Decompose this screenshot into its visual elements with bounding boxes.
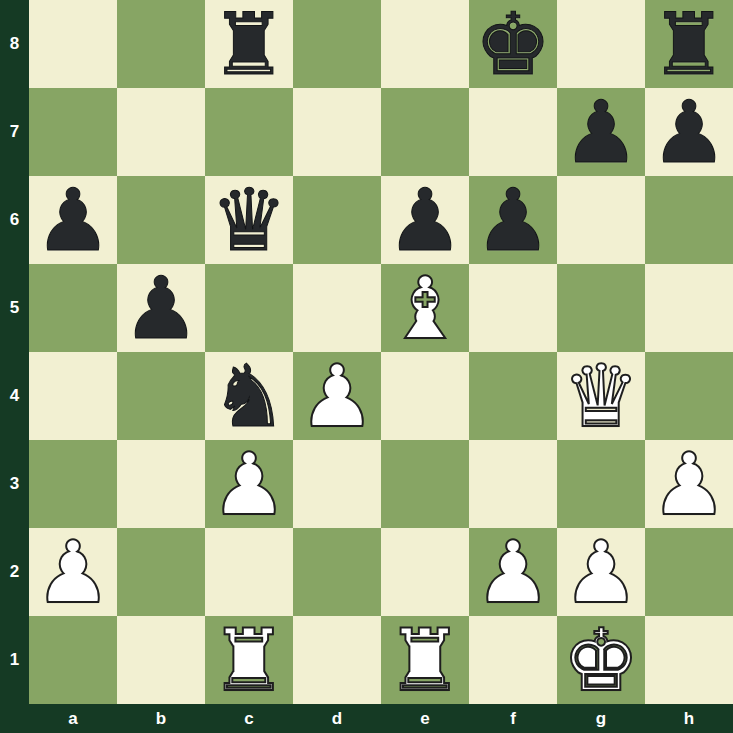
black-pawn[interactable]: ♟ — [29, 176, 117, 264]
rank-label-8: 8 — [0, 0, 29, 88]
square-a6[interactable]: ♟ — [29, 176, 117, 264]
square-d1[interactable] — [293, 616, 381, 704]
square-c7[interactable] — [205, 88, 293, 176]
square-h3[interactable]: ♟ — [645, 440, 733, 528]
black-king[interactable]: ♚ — [469, 0, 557, 88]
square-d5[interactable] — [293, 264, 381, 352]
file-label-f: f — [469, 704, 557, 733]
square-a3[interactable] — [29, 440, 117, 528]
white-bishop[interactable]: ♝ — [381, 264, 469, 352]
square-g2[interactable]: ♟ — [557, 528, 645, 616]
square-f2[interactable]: ♟ — [469, 528, 557, 616]
square-f1[interactable] — [469, 616, 557, 704]
square-e7[interactable] — [381, 88, 469, 176]
square-e2[interactable] — [381, 528, 469, 616]
square-c8[interactable]: ♜ — [205, 0, 293, 88]
file-labels: abcdefgh — [29, 704, 733, 733]
square-c1[interactable]: ♜ — [205, 616, 293, 704]
black-pawn[interactable]: ♟ — [645, 88, 733, 176]
square-d4[interactable]: ♟ — [293, 352, 381, 440]
square-c5[interactable] — [205, 264, 293, 352]
file-label-e: e — [381, 704, 469, 733]
square-d7[interactable] — [293, 88, 381, 176]
square-b8[interactable] — [117, 0, 205, 88]
square-d6[interactable] — [293, 176, 381, 264]
white-rook[interactable]: ♜ — [381, 616, 469, 704]
white-queen[interactable]: ♛ — [557, 352, 645, 440]
white-pawn[interactable]: ♟ — [557, 528, 645, 616]
square-a5[interactable] — [29, 264, 117, 352]
chess-board[interactable]: ♜♚♜♟♟♟♛♟♟♟♝♞♟♛♟♟♟♟♟♜♜♚ — [29, 0, 733, 704]
file-label-b: b — [117, 704, 205, 733]
square-g1[interactable]: ♚ — [557, 616, 645, 704]
black-knight[interactable]: ♞ — [205, 352, 293, 440]
rank-label-2: 2 — [0, 528, 29, 616]
square-g5[interactable] — [557, 264, 645, 352]
square-d3[interactable] — [293, 440, 381, 528]
square-e8[interactable] — [381, 0, 469, 88]
black-pawn[interactable]: ♟ — [117, 264, 205, 352]
file-label-c: c — [205, 704, 293, 733]
rank-label-4: 4 — [0, 352, 29, 440]
white-pawn[interactable]: ♟ — [469, 528, 557, 616]
square-f8[interactable]: ♚ — [469, 0, 557, 88]
square-b3[interactable] — [117, 440, 205, 528]
square-a2[interactable]: ♟ — [29, 528, 117, 616]
black-queen[interactable]: ♛ — [205, 176, 293, 264]
black-pawn[interactable]: ♟ — [557, 88, 645, 176]
square-e5[interactable]: ♝ — [381, 264, 469, 352]
file-label-h: h — [645, 704, 733, 733]
square-e1[interactable]: ♜ — [381, 616, 469, 704]
square-g3[interactable] — [557, 440, 645, 528]
file-label-g: g — [557, 704, 645, 733]
square-a4[interactable] — [29, 352, 117, 440]
square-f6[interactable]: ♟ — [469, 176, 557, 264]
rank-label-1: 1 — [0, 616, 29, 704]
square-e4[interactable] — [381, 352, 469, 440]
square-d8[interactable] — [293, 0, 381, 88]
white-king[interactable]: ♚ — [557, 616, 645, 704]
white-pawn[interactable]: ♟ — [293, 352, 381, 440]
square-f4[interactable] — [469, 352, 557, 440]
square-a1[interactable] — [29, 616, 117, 704]
square-h8[interactable]: ♜ — [645, 0, 733, 88]
square-f5[interactable] — [469, 264, 557, 352]
square-f3[interactable] — [469, 440, 557, 528]
file-label-d: d — [293, 704, 381, 733]
white-pawn[interactable]: ♟ — [205, 440, 293, 528]
square-b1[interactable] — [117, 616, 205, 704]
rank-label-6: 6 — [0, 176, 29, 264]
square-g6[interactable] — [557, 176, 645, 264]
square-f7[interactable] — [469, 88, 557, 176]
square-h6[interactable] — [645, 176, 733, 264]
rank-label-3: 3 — [0, 440, 29, 528]
square-h1[interactable] — [645, 616, 733, 704]
square-h7[interactable]: ♟ — [645, 88, 733, 176]
square-b6[interactable] — [117, 176, 205, 264]
white-rook[interactable]: ♜ — [205, 616, 293, 704]
rank-label-5: 5 — [0, 264, 29, 352]
square-c6[interactable]: ♛ — [205, 176, 293, 264]
black-pawn[interactable]: ♟ — [469, 176, 557, 264]
black-rook[interactable]: ♜ — [205, 0, 293, 88]
square-b2[interactable] — [117, 528, 205, 616]
square-e6[interactable]: ♟ — [381, 176, 469, 264]
square-g7[interactable]: ♟ — [557, 88, 645, 176]
square-h4[interactable] — [645, 352, 733, 440]
square-a7[interactable] — [29, 88, 117, 176]
square-d2[interactable] — [293, 528, 381, 616]
square-c4[interactable]: ♞ — [205, 352, 293, 440]
white-pawn[interactable]: ♟ — [645, 440, 733, 528]
chess-board-frame: 87654321 ♜♚♜♟♟♟♛♟♟♟♝♞♟♛♟♟♟♟♟♜♜♚ abcdefgh — [0, 0, 733, 733]
rank-labels: 87654321 — [0, 0, 29, 704]
white-pawn[interactable]: ♟ — [29, 528, 117, 616]
square-g4[interactable]: ♛ — [557, 352, 645, 440]
file-label-a: a — [29, 704, 117, 733]
square-h2[interactable] — [645, 528, 733, 616]
square-h5[interactable] — [645, 264, 733, 352]
square-b5[interactable]: ♟ — [117, 264, 205, 352]
square-e3[interactable] — [381, 440, 469, 528]
square-b4[interactable] — [117, 352, 205, 440]
square-b7[interactable] — [117, 88, 205, 176]
rank-label-7: 7 — [0, 88, 29, 176]
black-pawn[interactable]: ♟ — [381, 176, 469, 264]
square-c2[interactable] — [205, 528, 293, 616]
black-rook[interactable]: ♜ — [645, 0, 733, 88]
square-a8[interactable] — [29, 0, 117, 88]
square-g8[interactable] — [557, 0, 645, 88]
square-c3[interactable]: ♟ — [205, 440, 293, 528]
